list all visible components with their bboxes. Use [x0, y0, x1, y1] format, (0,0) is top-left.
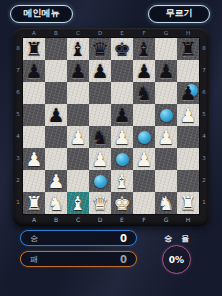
black-rook-a8[interactable]: ♜	[23, 38, 45, 60]
square-b2[interactable]: ♟	[45, 170, 67, 192]
file-label-e: E	[111, 217, 133, 223]
file-label-h: H	[177, 31, 199, 37]
square-d7[interactable]: ♟	[89, 60, 111, 82]
square-d2[interactable]	[89, 170, 111, 192]
square-d6[interactable]	[89, 82, 111, 104]
square-d4[interactable]: ♞	[89, 126, 111, 148]
black-pawn-g7[interactable]: ♟	[155, 60, 177, 82]
move-hint-f4[interactable]	[138, 131, 151, 144]
chess-board-frame: ABCDEFGH 87654321 87654321 ♜♝♛♚♝♜♟♟♟♟♟♞♟…	[13, 28, 209, 226]
rank-label-7: 7	[15, 60, 21, 82]
black-queen-d8[interactable]: ♛	[89, 38, 111, 60]
undo-button[interactable]: 무르기	[148, 5, 210, 23]
rank-label-8: 8	[201, 38, 207, 60]
square-b8[interactable]	[45, 38, 67, 60]
rank-label-1: 1	[201, 192, 207, 214]
square-f3[interactable]: ♟	[133, 148, 155, 170]
chess-board-grid: ♜♝♛♚♝♜♟♟♟♟♟♞♟♟♟♟♟♞♟♟♟♟♟♟♝♜♞♝♛♚♞♜	[23, 38, 199, 214]
square-c4[interactable]: ♟	[67, 126, 89, 148]
square-c3[interactable]	[67, 148, 89, 170]
rank-label-7: 7	[201, 60, 207, 82]
white-queen-d1[interactable]: ♛	[89, 192, 111, 214]
square-c6[interactable]	[67, 82, 89, 104]
square-h5[interactable]: ♟	[177, 104, 199, 126]
white-pawn-h5[interactable]: ♟	[177, 104, 199, 126]
square-f5[interactable]	[133, 104, 155, 126]
square-h3[interactable]	[177, 148, 199, 170]
file-label-c: C	[67, 217, 89, 223]
square-g7[interactable]: ♟	[155, 60, 177, 82]
square-e1[interactable]: ♚	[111, 192, 133, 214]
main-menu-button[interactable]: 메인메뉴	[10, 5, 73, 23]
square-a7[interactable]: ♟	[23, 60, 45, 82]
rank-label-4: 4	[15, 126, 21, 148]
file-label-f: F	[133, 31, 155, 37]
rank-label-4: 4	[201, 126, 207, 148]
win-rate-value: 0%	[169, 255, 184, 265]
square-f2[interactable]	[133, 170, 155, 192]
square-a8[interactable]: ♜	[23, 38, 45, 60]
rank-label-2: 2	[201, 170, 207, 192]
white-bishop-e2[interactable]: ♝	[111, 170, 133, 192]
move-hint-e3[interactable]	[116, 153, 129, 166]
square-b5[interactable]: ♟	[45, 104, 67, 126]
white-pawn-d3[interactable]: ♟	[89, 148, 111, 170]
black-rook-h8[interactable]: ♜	[177, 38, 199, 60]
square-h6[interactable]: ♟	[177, 82, 199, 104]
white-rook-h1[interactable]: ♜	[177, 192, 199, 214]
file-label-d: D	[89, 217, 111, 223]
square-a2[interactable]	[23, 170, 45, 192]
square-g6[interactable]	[155, 82, 177, 104]
square-a5[interactable]	[23, 104, 45, 126]
rank-label-3: 3	[201, 148, 207, 170]
rank-label-6: 6	[201, 82, 207, 104]
square-e7[interactable]	[111, 60, 133, 82]
white-pawn-c4[interactable]: ♟	[67, 126, 89, 148]
square-d3[interactable]: ♟	[89, 148, 111, 170]
square-h8[interactable]: ♜	[177, 38, 199, 60]
file-label-b: B	[45, 217, 67, 223]
square-f4[interactable]	[133, 126, 155, 148]
square-c7[interactable]: ♟	[67, 60, 89, 82]
square-f7[interactable]: ♟	[133, 60, 155, 82]
rank-label-8: 8	[15, 38, 21, 60]
square-a1[interactable]: ♜	[23, 192, 45, 214]
wins-stat-pill: 승 0	[20, 230, 137, 246]
square-b4[interactable]	[45, 126, 67, 148]
square-d1[interactable]: ♛	[89, 192, 111, 214]
square-g1[interactable]: ♞	[155, 192, 177, 214]
square-b6[interactable]	[45, 82, 67, 104]
losses-label: 패	[30, 254, 38, 265]
black-pawn-d7[interactable]: ♟	[89, 60, 111, 82]
square-g2[interactable]	[155, 170, 177, 192]
file-label-a: A	[23, 31, 45, 37]
square-c1[interactable]: ♝	[67, 192, 89, 214]
square-h7[interactable]	[177, 60, 199, 82]
square-b1[interactable]: ♞	[45, 192, 67, 214]
file-label-f: F	[133, 217, 155, 223]
white-knight-g1[interactable]: ♞	[155, 192, 177, 214]
black-pawn-a7[interactable]: ♟	[23, 60, 45, 82]
black-pawn-h6[interactable]: ♟	[177, 82, 199, 104]
square-a4[interactable]	[23, 126, 45, 148]
black-knight-d4[interactable]: ♞	[89, 126, 111, 148]
file-label-g: G	[155, 31, 177, 37]
wins-value: 0	[120, 233, 127, 244]
losses-value: 0	[120, 254, 127, 265]
black-knight-f6[interactable]: ♞	[133, 82, 155, 104]
square-h4[interactable]	[177, 126, 199, 148]
file-label-b: B	[45, 31, 67, 37]
white-pawn-b2[interactable]: ♟	[45, 170, 67, 192]
file-label-c: C	[67, 31, 89, 37]
square-a6[interactable]	[23, 82, 45, 104]
square-e2[interactable]: ♝	[111, 170, 133, 192]
white-king-e1[interactable]: ♚	[111, 192, 133, 214]
square-a3[interactable]: ♟	[23, 148, 45, 170]
square-h1[interactable]: ♜	[177, 192, 199, 214]
white-bishop-c1[interactable]: ♝	[67, 192, 89, 214]
square-e8[interactable]: ♚	[111, 38, 133, 60]
win-rate-badge: 0%	[162, 245, 191, 274]
white-pawn-e4[interactable]: ♟	[111, 126, 133, 148]
square-g3[interactable]	[155, 148, 177, 170]
black-pawn-e5[interactable]: ♟	[111, 104, 133, 126]
square-f6[interactable]: ♞	[133, 82, 155, 104]
losses-stat-pill: 패 0	[20, 251, 137, 267]
square-d8[interactable]: ♛	[89, 38, 111, 60]
square-f1[interactable]	[133, 192, 155, 214]
rank-label-6: 6	[15, 82, 21, 104]
black-king-e8[interactable]: ♚	[111, 38, 133, 60]
file-label-e: E	[111, 31, 133, 37]
rank-label-1: 1	[15, 192, 21, 214]
move-hint-g5[interactable]	[160, 109, 173, 122]
square-c5[interactable]	[67, 104, 89, 126]
wins-label: 승	[30, 233, 38, 244]
file-labels-bottom: ABCDEFGH	[23, 217, 199, 223]
square-b3[interactable]	[45, 148, 67, 170]
white-pawn-a3[interactable]: ♟	[23, 148, 45, 170]
square-e3[interactable]	[111, 148, 133, 170]
rank-label-3: 3	[15, 148, 21, 170]
square-g5[interactable]	[155, 104, 177, 126]
file-label-d: D	[89, 31, 111, 37]
black-bishop-f8[interactable]: ♝	[133, 38, 155, 60]
rank-label-2: 2	[15, 170, 21, 192]
square-f8[interactable]: ♝	[133, 38, 155, 60]
file-label-g: G	[155, 217, 177, 223]
file-labels-top: ABCDEFGH	[23, 31, 199, 37]
file-label-h: H	[177, 217, 199, 223]
square-g8[interactable]	[155, 38, 177, 60]
square-g4[interactable]: ♟	[155, 126, 177, 148]
rank-label-5: 5	[15, 104, 21, 126]
square-d5[interactable]	[89, 104, 111, 126]
rank-labels-right: 87654321	[201, 38, 207, 214]
square-c8[interactable]: ♝	[67, 38, 89, 60]
square-b7[interactable]	[45, 60, 67, 82]
white-pawn-g4[interactable]: ♟	[155, 126, 177, 148]
square-e5[interactable]: ♟	[111, 104, 133, 126]
rank-label-5: 5	[201, 104, 207, 126]
square-e6[interactable]	[111, 82, 133, 104]
square-e4[interactable]: ♟	[111, 126, 133, 148]
file-label-a: A	[23, 217, 45, 223]
square-h2[interactable]	[177, 170, 199, 192]
rank-labels-left: 87654321	[15, 38, 21, 214]
win-rate-label: 승 율	[159, 233, 197, 244]
white-knight-b1[interactable]: ♞	[45, 192, 67, 214]
black-pawn-f7[interactable]: ♟	[133, 60, 155, 82]
white-pawn-f3[interactable]: ♟	[133, 148, 155, 170]
move-hint-d2[interactable]	[94, 175, 107, 188]
black-pawn-b5[interactable]: ♟	[45, 104, 67, 126]
black-bishop-c8[interactable]: ♝	[67, 38, 89, 60]
square-c2[interactable]	[67, 170, 89, 192]
white-rook-a1[interactable]: ♜	[23, 192, 45, 214]
black-pawn-c7[interactable]: ♟	[67, 60, 89, 82]
